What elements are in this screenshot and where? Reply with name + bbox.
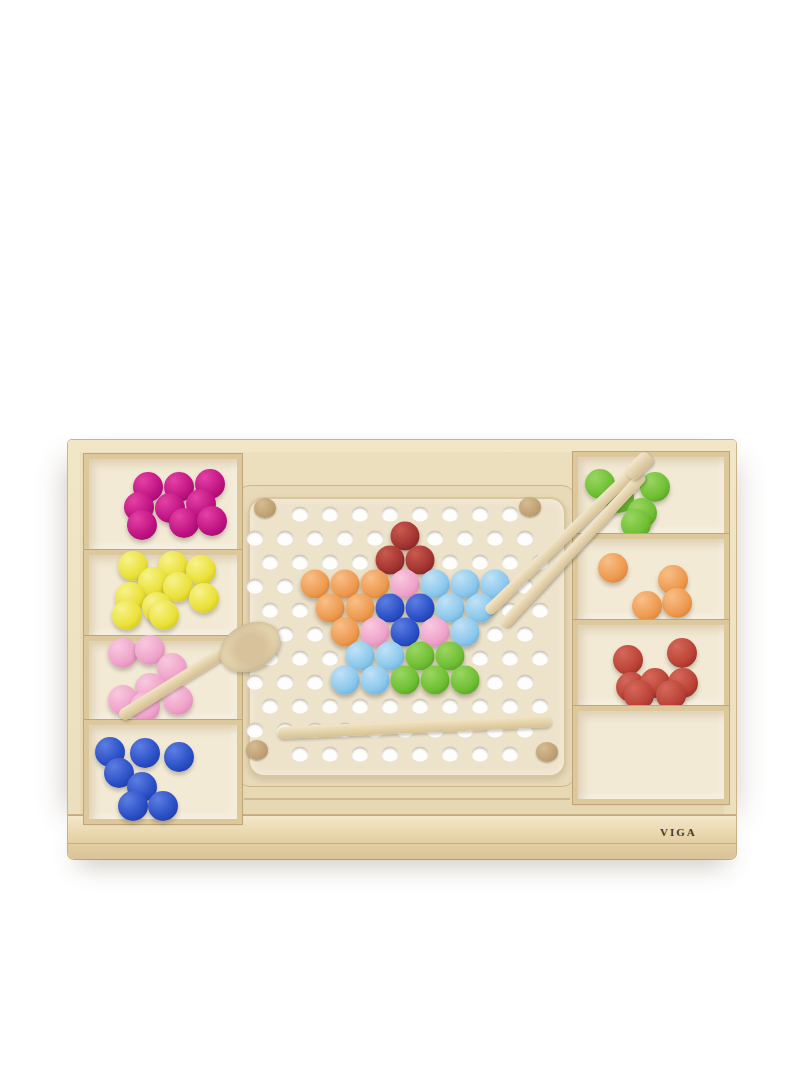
peg-hole (532, 651, 549, 666)
peg-hole (532, 699, 549, 714)
ball-yellow (112, 600, 142, 630)
rim-seam (68, 843, 736, 844)
peg-hole (487, 675, 504, 690)
peg-hole (472, 507, 489, 522)
tray-compartment-empty (573, 706, 729, 804)
peg-hole (247, 531, 264, 546)
ball-yellow (189, 583, 219, 613)
peg-hole (277, 579, 294, 594)
peg-hole (292, 603, 309, 618)
peg-hole (352, 699, 369, 714)
bead-green (451, 666, 480, 695)
tray-compartment-blue (84, 720, 242, 824)
peg-hole (307, 675, 324, 690)
peg-hole (472, 747, 489, 762)
peg-hole (247, 723, 264, 738)
peg-hole (292, 555, 309, 570)
peg-hole (442, 555, 459, 570)
ball-blue (118, 791, 148, 821)
peg-hole (322, 699, 339, 714)
peg-hole (502, 651, 519, 666)
ball-blue (164, 742, 194, 772)
peg-hole (262, 699, 279, 714)
peg-hole (427, 531, 444, 546)
peg-hole (502, 507, 519, 522)
tray-floor-seam (244, 798, 570, 800)
bead-light-blue (361, 666, 390, 695)
peg-hole (262, 555, 279, 570)
peg-hole (382, 507, 399, 522)
peg-hole (292, 699, 309, 714)
ball-orange (662, 588, 692, 618)
bead-green (391, 666, 420, 695)
peg-hole (502, 747, 519, 762)
peg-hole (352, 555, 369, 570)
ball-blue (148, 791, 178, 821)
ball-red (613, 645, 643, 675)
peg-hole (517, 675, 534, 690)
tray-compartment-orange (573, 534, 729, 624)
peg-hole (322, 747, 339, 762)
peg-hole (247, 579, 264, 594)
corner-dowel (254, 498, 276, 518)
peg-hole (442, 747, 459, 762)
peg-hole (472, 699, 489, 714)
peg-hole (367, 531, 384, 546)
ball-magenta (197, 506, 227, 536)
corner-dowel (519, 497, 541, 517)
peg-hole (502, 699, 519, 714)
tray-compartment-red (573, 620, 729, 710)
ball-magenta (169, 508, 199, 538)
peg-hole (277, 531, 294, 546)
peg-hole (412, 747, 429, 762)
wooden-tray (68, 440, 736, 815)
peg-hole (442, 699, 459, 714)
peg-hole (487, 531, 504, 546)
ball-magenta (127, 510, 157, 540)
peg-hole (307, 627, 324, 642)
peg-hole (517, 627, 534, 642)
peg-hole (322, 507, 339, 522)
ball-orange (598, 553, 628, 583)
peg-hole (352, 507, 369, 522)
peg-hole (292, 507, 309, 522)
peg-hole (442, 507, 459, 522)
corner-dowel (536, 742, 558, 762)
tray-compartment-magenta (84, 454, 242, 554)
tray-compartment-yellow (84, 550, 242, 640)
peg-hole (472, 651, 489, 666)
peg-hole (532, 603, 549, 618)
peg-hole (457, 531, 474, 546)
bead-green (421, 666, 450, 695)
brand-logo: VIGA (660, 826, 697, 838)
peg-hole (412, 699, 429, 714)
peg-hole (502, 555, 519, 570)
peg-hole (472, 555, 489, 570)
peg-hole (322, 651, 339, 666)
peg-hole (337, 531, 354, 546)
peg-hole (382, 699, 399, 714)
ball-blue (130, 738, 160, 768)
peg-hole (487, 627, 504, 642)
ball-yellow (149, 600, 179, 630)
peg-hole (277, 675, 294, 690)
product-photo-stage: VIGA (0, 0, 800, 1091)
peg-hole (517, 531, 534, 546)
corner-dowel (246, 740, 268, 760)
peg-hole (292, 747, 309, 762)
peg-hole (247, 675, 264, 690)
peg-hole (262, 603, 279, 618)
peg-hole (382, 747, 399, 762)
ball-red (667, 638, 697, 668)
peg-hole (307, 531, 324, 546)
peg-hole (352, 747, 369, 762)
bead-light-blue (331, 666, 360, 695)
peg-hole (322, 555, 339, 570)
peg-hole (292, 651, 309, 666)
ball-orange (632, 591, 662, 621)
peg-hole (412, 507, 429, 522)
ball-pink (108, 638, 138, 668)
